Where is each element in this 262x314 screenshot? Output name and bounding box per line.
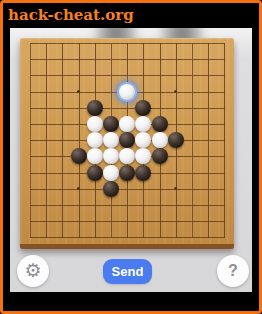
white-stone — [87, 132, 103, 148]
grid-line — [224, 43, 225, 238]
grid-line — [30, 189, 225, 190]
white-stone — [135, 132, 151, 148]
gear-icon: ⚙ — [24, 261, 41, 280]
black-stone — [135, 100, 151, 116]
white-stone — [135, 116, 151, 132]
title-bar: hack-cheat.org — [3, 3, 259, 28]
star-point — [174, 187, 177, 190]
page-title: hack-cheat.org — [3, 8, 134, 23]
grid-line — [192, 43, 193, 238]
black-stone — [87, 100, 103, 116]
black-stone — [71, 148, 87, 164]
white-stone — [152, 132, 168, 148]
black-stone — [87, 165, 103, 181]
star-point — [174, 90, 177, 93]
black-stone — [103, 116, 119, 132]
black-stone — [119, 165, 135, 181]
black-stone — [119, 132, 135, 148]
black-stone — [168, 132, 184, 148]
grid-line — [30, 221, 225, 222]
star-point — [77, 90, 80, 93]
board[interactable] — [20, 38, 234, 249]
white-stone — [103, 148, 119, 164]
white-stone — [119, 148, 135, 164]
white-stone — [103, 132, 119, 148]
grid-line — [30, 237, 225, 238]
white-stone — [87, 116, 103, 132]
question-mark-icon: ? — [228, 262, 238, 280]
grid-line — [30, 205, 225, 206]
black-stone — [103, 181, 119, 197]
page: hack-cheat.org ⚙ Send ? — [0, 0, 262, 314]
white-stone — [103, 165, 119, 181]
black-stone — [152, 148, 168, 164]
grid-line — [208, 43, 209, 238]
white-stone — [135, 148, 151, 164]
help-button[interactable]: ? — [217, 255, 249, 287]
star-point — [77, 187, 80, 190]
white-stone — [87, 148, 103, 164]
settings-button[interactable]: ⚙ — [17, 255, 49, 287]
send-button[interactable]: Send — [103, 259, 152, 284]
white-stone — [119, 116, 135, 132]
black-stone — [152, 116, 168, 132]
white-stone — [119, 84, 135, 100]
app-screenshot: ⚙ Send ? — [10, 28, 252, 292]
black-stone — [135, 165, 151, 181]
